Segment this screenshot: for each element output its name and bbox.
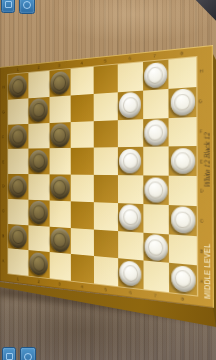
square-r4c4[interactable] <box>71 148 94 175</box>
square-r2c7 <box>143 89 169 119</box>
square-r2c4[interactable] <box>71 94 94 122</box>
square-r3c5[interactable] <box>94 120 118 148</box>
square-r8c6[interactable] <box>118 258 143 289</box>
circle-glyph-icon <box>23 1 31 9</box>
square-r5c4 <box>71 175 94 202</box>
square-r6c8[interactable] <box>169 205 197 236</box>
square-r8c2[interactable] <box>28 250 49 278</box>
white-piece[interactable] <box>119 205 141 231</box>
square-r6c4[interactable] <box>71 201 94 229</box>
square-r7c3[interactable] <box>49 226 71 254</box>
square-r8c5 <box>94 256 118 286</box>
square-r1c6 <box>117 62 142 92</box>
white-piece[interactable] <box>171 265 195 294</box>
square-r4c6[interactable] <box>118 147 143 175</box>
square-r4c8[interactable] <box>169 146 197 176</box>
black-piece[interactable] <box>29 98 47 122</box>
top-left-icon-2[interactable] <box>19 0 35 14</box>
square-r1c4 <box>71 67 94 96</box>
square-r7c4 <box>71 228 94 257</box>
top-label-5: 5 <box>104 59 106 63</box>
square-r8c7 <box>143 261 169 293</box>
square-r5c7[interactable] <box>143 175 169 204</box>
square-r4c3 <box>49 148 71 174</box>
square-r7c8 <box>169 234 197 266</box>
square-r2c1 <box>8 98 28 124</box>
square-r4c1 <box>8 149 28 174</box>
square-r5c8 <box>169 176 197 206</box>
top-label-7: 7 <box>154 54 157 58</box>
square-r2c8[interactable] <box>169 87 197 118</box>
bottom-label-4: 4 <box>81 285 83 289</box>
board: White 12 Black 12 MIDDLE LEVEL 123456781… <box>0 45 214 308</box>
bottom-label-3: 3 <box>59 282 61 286</box>
square-r6c5 <box>94 202 118 231</box>
bottom-label-7: 7 <box>154 293 157 298</box>
square-r1c5[interactable] <box>94 64 118 93</box>
left-label-C: C <box>2 209 4 213</box>
white-piece[interactable] <box>119 149 141 174</box>
square-r2c3 <box>49 95 71 122</box>
level-text: MIDDLE LEVEL <box>203 198 212 299</box>
square-r4c5 <box>94 147 118 175</box>
left-label-H: H <box>2 86 4 90</box>
square-r5c5[interactable] <box>94 175 118 203</box>
right-label-A: A <box>200 279 203 284</box>
top-label-4: 4 <box>81 61 83 65</box>
score-text: White 12 Black 12 <box>203 60 211 188</box>
board-grid <box>8 57 197 295</box>
square-r7c5[interactable] <box>94 229 118 258</box>
square-r1c2 <box>28 71 49 98</box>
white-piece[interactable] <box>144 62 167 89</box>
square-r7c2 <box>28 225 49 252</box>
top-label-2: 2 <box>37 66 39 70</box>
square-r3c8 <box>169 116 197 146</box>
square-glyph-icon <box>5 1 12 8</box>
square-r1c1[interactable] <box>8 73 28 100</box>
square-r2c2[interactable] <box>28 97 49 124</box>
bottom-label-5: 5 <box>104 287 106 291</box>
bottom-left-icon-2[interactable] <box>20 347 36 360</box>
square-r2c6[interactable] <box>118 90 143 119</box>
square-r5c2 <box>28 174 49 200</box>
right-label-H: H <box>199 69 203 74</box>
white-piece[interactable] <box>144 177 167 203</box>
square-r7c6 <box>118 231 143 261</box>
square-r6c7 <box>143 204 169 234</box>
circle-glyph-icon <box>24 353 32 360</box>
right-label-B: B <box>200 249 203 254</box>
square-r1c7[interactable] <box>142 60 168 91</box>
black-piece[interactable] <box>50 71 69 96</box>
top-label-1: 1 <box>17 68 19 72</box>
bottom-label-8: 8 <box>181 297 184 302</box>
square-r6c1 <box>8 199 28 225</box>
top-label-6: 6 <box>128 56 130 60</box>
white-piece[interactable] <box>119 92 141 118</box>
left-label-B: B <box>2 234 4 238</box>
black-piece[interactable] <box>50 123 69 147</box>
square-r5c3[interactable] <box>49 174 71 201</box>
white-piece[interactable] <box>171 207 195 234</box>
top-label-8: 8 <box>180 51 183 56</box>
app-screen: White 12 Black 12 MIDDLE LEVEL 123456781… <box>0 0 216 360</box>
left-label-G: G <box>2 110 5 114</box>
white-piece[interactable] <box>171 148 195 174</box>
top-left-icon-1[interactable] <box>1 0 15 13</box>
right-label-C: C <box>199 219 203 224</box>
square-r3c4 <box>71 121 94 148</box>
bottom-label-2: 2 <box>37 279 39 283</box>
black-piece[interactable] <box>9 75 27 98</box>
black-piece[interactable] <box>29 252 47 277</box>
left-label-E: E <box>2 160 4 164</box>
square-r7c7[interactable] <box>143 232 169 263</box>
white-piece[interactable] <box>144 234 167 261</box>
right-label-F: F <box>200 129 203 133</box>
white-piece[interactable] <box>170 89 194 116</box>
square-r8c4[interactable] <box>71 254 94 283</box>
black-piece[interactable] <box>9 225 27 248</box>
left-label-F: F <box>2 135 4 139</box>
square-r8c1 <box>8 248 28 275</box>
black-piece[interactable] <box>29 201 47 225</box>
square-r8c3 <box>49 252 71 281</box>
left-label-A: A <box>2 258 4 262</box>
square-r6c2[interactable] <box>28 199 49 226</box>
square-r4c7 <box>143 147 169 176</box>
square-r7c1[interactable] <box>8 224 28 251</box>
bottom-left-icon-1[interactable] <box>2 347 16 360</box>
square-r3c7[interactable] <box>143 118 169 147</box>
white-piece[interactable] <box>144 119 167 145</box>
black-piece[interactable] <box>29 150 47 173</box>
square-r5c1[interactable] <box>8 174 28 200</box>
square-r1c8 <box>169 57 197 89</box>
square-r3c3[interactable] <box>49 122 71 149</box>
left-label-D: D <box>2 184 4 188</box>
square-r4c2[interactable] <box>28 148 49 174</box>
square-r6c3 <box>49 200 71 227</box>
black-piece[interactable] <box>9 125 27 148</box>
bottom-label-1: 1 <box>17 277 19 281</box>
black-piece[interactable] <box>50 228 69 253</box>
right-label-D: D <box>199 189 203 193</box>
bottom-label-6: 6 <box>129 290 131 294</box>
right-label-G: G <box>199 99 203 104</box>
black-piece[interactable] <box>9 175 27 198</box>
square-glyph-icon <box>6 353 13 360</box>
square-r2c5 <box>94 92 118 121</box>
square-r1c3[interactable] <box>49 69 71 97</box>
right-label-E: E <box>200 159 203 163</box>
square-r8c8[interactable] <box>169 263 197 295</box>
square-r3c1[interactable] <box>8 123 28 149</box>
white-piece[interactable] <box>119 260 141 287</box>
square-r6c6[interactable] <box>118 203 143 232</box>
square-r5c6 <box>118 175 143 204</box>
black-piece[interactable] <box>50 176 69 200</box>
square-r3c6 <box>118 119 143 148</box>
top-label-3: 3 <box>58 63 60 67</box>
square-r3c2 <box>28 123 49 149</box>
